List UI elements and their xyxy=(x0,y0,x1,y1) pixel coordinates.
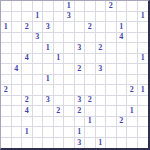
cell-r10-c9[interactable] xyxy=(96,106,107,117)
clue-cell-r4-c4: 1 xyxy=(43,43,54,54)
cell-r6-c0[interactable] xyxy=(1,64,12,75)
cell-r12-c4[interactable] xyxy=(43,127,54,138)
cell-r7-c9[interactable] xyxy=(96,75,107,86)
cell-r0-c1[interactable] xyxy=(12,1,23,12)
clue-cell-r5-c13: 1 xyxy=(138,54,149,65)
cell-r3-c8[interactable] xyxy=(85,33,96,44)
cell-r1-c1[interactable] xyxy=(12,12,23,23)
cell-r1-c8[interactable] xyxy=(85,12,96,23)
cell-r10-c10[interactable] xyxy=(106,106,117,117)
cell-r7-c11[interactable] xyxy=(117,75,128,86)
cell-r5-c3[interactable] xyxy=(33,54,44,65)
clue-cell-r9-c2: 2 xyxy=(22,96,33,107)
clue-cell-r0-c10: 2 xyxy=(106,1,117,12)
cell-r7-c8[interactable] xyxy=(85,75,96,86)
cell-r4-c12[interactable] xyxy=(127,43,138,54)
cell-r7-c7[interactable] xyxy=(75,75,86,86)
cell-r13-c2[interactable] xyxy=(22,138,33,149)
cell-r8-c3[interactable] xyxy=(33,85,44,96)
cell-r2-c13[interactable] xyxy=(138,22,149,33)
cell-r6-c4[interactable] xyxy=(43,64,54,75)
cell-r6-c13[interactable] xyxy=(138,64,149,75)
clue-cell-r12-c2: 1 xyxy=(22,127,33,138)
cell-r7-c10[interactable] xyxy=(106,75,117,86)
cell-r2-c12[interactable] xyxy=(127,22,138,33)
cell-r3-c2[interactable] xyxy=(22,33,33,44)
clue-cell-r9-c8: 2 xyxy=(85,96,96,107)
cell-r8-c10[interactable] xyxy=(106,85,117,96)
cell-r2-c3[interactable] xyxy=(33,22,44,33)
cell-r12-c13[interactable] xyxy=(138,127,149,138)
cell-r1-c9[interactable] xyxy=(96,12,107,23)
cell-r12-c3[interactable] xyxy=(33,127,44,138)
cell-r10-c6[interactable] xyxy=(64,106,75,117)
clue-cell-r13-c9: 1 xyxy=(96,138,107,149)
clue-cell-r7-c4: 1 xyxy=(43,75,54,86)
cell-r7-c12[interactable] xyxy=(127,75,138,86)
clue-cell-r9-c4: 3 xyxy=(43,96,54,107)
cell-r3-c9[interactable] xyxy=(96,33,107,44)
cell-r7-c13[interactable] xyxy=(138,75,149,86)
cell-r12-c8[interactable] xyxy=(85,127,96,138)
cell-r6-c2[interactable] xyxy=(22,64,33,75)
clue-cell-r11-c11: 2 xyxy=(117,117,128,128)
cell-r3-c1[interactable] xyxy=(12,33,23,44)
cell-r12-c5[interactable] xyxy=(54,127,65,138)
cell-r9-c13[interactable] xyxy=(138,96,149,107)
clue-cell-r2-c4: 3 xyxy=(43,22,54,33)
cell-r11-c13[interactable] xyxy=(138,117,149,128)
cell-r4-c11[interactable] xyxy=(117,43,128,54)
cell-r4-c5[interactable] xyxy=(54,43,65,54)
clue-cell-r8-c0: 2 xyxy=(1,85,12,96)
cell-r12-c11[interactable] xyxy=(117,127,128,138)
cell-r6-c5[interactable] xyxy=(54,64,65,75)
cell-r7-c1[interactable] xyxy=(12,75,23,86)
clue-cell-r10-c7: 2 xyxy=(75,106,86,117)
cell-r1-c11[interactable] xyxy=(117,12,128,23)
cell-r13-c6[interactable] xyxy=(64,138,75,149)
cell-r1-c5[interactable] xyxy=(54,12,65,23)
cell-r5-c1[interactable] xyxy=(12,54,23,65)
cell-r7-c5[interactable] xyxy=(54,75,65,86)
cell-r5-c9[interactable] xyxy=(96,54,107,65)
clue-cell-r6-c7: 2 xyxy=(75,64,86,75)
cell-r11-c6[interactable] xyxy=(64,117,75,128)
cell-r6-c11[interactable] xyxy=(117,64,128,75)
cell-r12-c10[interactable] xyxy=(106,127,117,138)
cell-r10-c1[interactable] xyxy=(12,106,23,117)
clue-cell-r5-c5: 1 xyxy=(54,54,65,65)
cell-r13-c4[interactable] xyxy=(43,138,54,149)
cell-r4-c8[interactable] xyxy=(85,43,96,54)
cell-r9-c10[interactable] xyxy=(106,96,117,107)
cell-r5-c11[interactable] xyxy=(117,54,128,65)
cell-r0-c2[interactable] xyxy=(22,1,33,12)
cell-r5-c10[interactable] xyxy=(106,54,117,65)
cell-r1-c2[interactable] xyxy=(22,12,33,23)
cell-r4-c1[interactable] xyxy=(12,43,23,54)
cell-r4-c13[interactable] xyxy=(138,43,149,54)
cell-r11-c10[interactable] xyxy=(106,117,117,128)
cell-r10-c11[interactable] xyxy=(117,106,128,117)
cell-r11-c9[interactable] xyxy=(96,117,107,128)
cell-r9-c11[interactable] xyxy=(117,96,128,107)
clue-cell-r1-c13: 1 xyxy=(138,12,149,23)
cell-r12-c1[interactable] xyxy=(12,127,23,138)
cell-r4-c10[interactable] xyxy=(106,43,117,54)
cell-r2-c7[interactable] xyxy=(75,22,86,33)
cell-r5-c0[interactable] xyxy=(1,54,12,65)
cell-r5-c7[interactable] xyxy=(75,54,86,65)
cell-r13-c8[interactable] xyxy=(85,138,96,149)
cell-r0-c13[interactable] xyxy=(138,1,149,12)
cell-r3-c13[interactable] xyxy=(138,33,149,44)
cell-r7-c0[interactable] xyxy=(1,75,12,86)
cell-r2-c6[interactable] xyxy=(64,22,75,33)
cell-r10-c8[interactable] xyxy=(85,106,96,117)
cell-r13-c12[interactable] xyxy=(127,138,138,149)
cell-r9-c3[interactable] xyxy=(33,96,44,107)
cell-r2-c5[interactable] xyxy=(54,22,65,33)
cell-r13-c3[interactable] xyxy=(33,138,44,149)
cell-r12-c0[interactable] xyxy=(1,127,12,138)
cell-r4-c6[interactable] xyxy=(64,43,75,54)
cell-r6-c10[interactable] xyxy=(106,64,117,75)
cell-r12-c12[interactable] xyxy=(127,127,138,138)
cell-r0-c8[interactable] xyxy=(85,1,96,12)
cell-r10-c0[interactable] xyxy=(1,106,12,117)
clue-cell-r2-c8: 2 xyxy=(85,22,96,33)
minesweeper-board: 121311232134132411423122123324221121131 xyxy=(0,0,150,150)
cell-r13-c13[interactable] xyxy=(138,138,149,149)
clue-cell-r11-c8: 1 xyxy=(85,117,96,128)
cell-r9-c9[interactable] xyxy=(96,96,107,107)
cell-r3-c10[interactable] xyxy=(106,33,117,44)
cell-r11-c7[interactable] xyxy=(75,117,86,128)
clue-cell-r9-c7: 3 xyxy=(75,96,86,107)
cell-r6-c6[interactable] xyxy=(64,64,75,75)
cell-r1-c0[interactable] xyxy=(1,12,12,23)
cell-r9-c6[interactable] xyxy=(64,96,75,107)
cell-r5-c12[interactable] xyxy=(127,54,138,65)
clue-cell-r8-c13: 1 xyxy=(138,85,149,96)
cell-r0-c5[interactable] xyxy=(54,1,65,12)
cell-r1-c12[interactable] xyxy=(127,12,138,23)
cell-r1-c4[interactable] xyxy=(43,12,54,23)
cell-r7-c6[interactable] xyxy=(64,75,75,86)
clue-cell-r10-c5: 2 xyxy=(54,106,65,117)
cell-r13-c0[interactable] xyxy=(1,138,12,149)
clue-cell-r2-c0: 1 xyxy=(1,22,12,33)
cell-r3-c6[interactable] xyxy=(64,33,75,44)
cell-r12-c6[interactable] xyxy=(64,127,75,138)
clue-cell-r10-c2: 4 xyxy=(22,106,33,117)
clue-cell-r4-c9: 2 xyxy=(96,43,107,54)
cell-r2-c1[interactable] xyxy=(12,22,23,33)
clue-cell-r0-c6: 1 xyxy=(64,1,75,12)
clue-cell-r10-c12: 1 xyxy=(127,106,138,117)
cell-r11-c4[interactable] xyxy=(43,117,54,128)
cell-r6-c8[interactable] xyxy=(85,64,96,75)
cell-r5-c4[interactable] xyxy=(43,54,54,65)
clue-cell-r1-c3: 1 xyxy=(33,12,44,23)
cell-r10-c3[interactable] xyxy=(33,106,44,117)
cell-r3-c5[interactable] xyxy=(54,33,65,44)
cell-r0-c3[interactable] xyxy=(33,1,44,12)
cell-r8-c5[interactable] xyxy=(54,85,65,96)
cell-r3-c0[interactable] xyxy=(1,33,12,44)
cell-r11-c1[interactable] xyxy=(12,117,23,128)
cell-r13-c5[interactable] xyxy=(54,138,65,149)
cell-r0-c4[interactable] xyxy=(43,1,54,12)
cell-r6-c12[interactable] xyxy=(127,64,138,75)
cell-r4-c0[interactable] xyxy=(1,43,12,54)
cell-r0-c9[interactable] xyxy=(96,1,107,12)
cell-r7-c3[interactable] xyxy=(33,75,44,86)
cell-r8-c2[interactable] xyxy=(22,85,33,96)
cell-r9-c5[interactable] xyxy=(54,96,65,107)
clue-cell-r2-c2: 2 xyxy=(22,22,33,33)
cell-r1-c7[interactable] xyxy=(75,12,86,23)
clue-cell-r2-c11: 1 xyxy=(117,22,128,33)
clue-cell-r12-c7: 1 xyxy=(75,127,86,138)
cell-r11-c5[interactable] xyxy=(54,117,65,128)
cell-r8-c8[interactable] xyxy=(85,85,96,96)
cell-r2-c9[interactable] xyxy=(96,22,107,33)
cell-r11-c3[interactable] xyxy=(33,117,44,128)
clue-cell-r8-c12: 2 xyxy=(127,85,138,96)
cell-r8-c6[interactable] xyxy=(64,85,75,96)
cell-r13-c10[interactable] xyxy=(106,138,117,149)
clue-cell-r6-c9: 3 xyxy=(96,64,107,75)
cell-r13-c11[interactable] xyxy=(117,138,128,149)
cell-r0-c0[interactable] xyxy=(1,1,12,12)
cell-r9-c1[interactable] xyxy=(12,96,23,107)
clue-cell-r4-c7: 3 xyxy=(75,43,86,54)
clue-cell-r3-c11: 4 xyxy=(117,33,128,44)
cell-r9-c12[interactable] xyxy=(127,96,138,107)
cell-r7-c2[interactable] xyxy=(22,75,33,86)
clue-cell-r1-c6: 3 xyxy=(64,12,75,23)
cell-r3-c7[interactable] xyxy=(75,33,86,44)
clue-cell-r3-c3: 3 xyxy=(33,33,44,44)
cell-r6-c3[interactable] xyxy=(33,64,44,75)
cell-r8-c7[interactable] xyxy=(75,85,86,96)
cell-r4-c2[interactable] xyxy=(22,43,33,54)
cell-r13-c1[interactable] xyxy=(12,138,23,149)
clue-cell-r5-c2: 4 xyxy=(22,54,33,65)
cell-r1-c10[interactable] xyxy=(106,12,117,23)
cell-r11-c0[interactable] xyxy=(1,117,12,128)
cell-r8-c4[interactable] xyxy=(43,85,54,96)
cell-r8-c9[interactable] xyxy=(96,85,107,96)
cell-r5-c8[interactable] xyxy=(85,54,96,65)
cell-r10-c4[interactable] xyxy=(43,106,54,117)
cell-r3-c12[interactable] xyxy=(127,33,138,44)
cell-r4-c3[interactable] xyxy=(33,43,44,54)
cell-r11-c2[interactable] xyxy=(22,117,33,128)
cell-r0-c11[interactable] xyxy=(117,1,128,12)
cell-r2-c10[interactable] xyxy=(106,22,117,33)
cell-r11-c12[interactable] xyxy=(127,117,138,128)
clue-cell-r6-c1: 4 xyxy=(12,64,23,75)
cell-r10-c13[interactable] xyxy=(138,106,149,117)
clue-cell-r13-c7: 3 xyxy=(75,138,86,149)
cell-r12-c9[interactable] xyxy=(96,127,107,138)
cell-r8-c1[interactable] xyxy=(12,85,23,96)
cell-r5-c6[interactable] xyxy=(64,54,75,65)
cell-r0-c7[interactable] xyxy=(75,1,86,12)
cell-r3-c4[interactable] xyxy=(43,33,54,44)
cell-r9-c0[interactable] xyxy=(1,96,12,107)
cell-r8-c11[interactable] xyxy=(117,85,128,96)
cell-r0-c12[interactable] xyxy=(127,1,138,12)
